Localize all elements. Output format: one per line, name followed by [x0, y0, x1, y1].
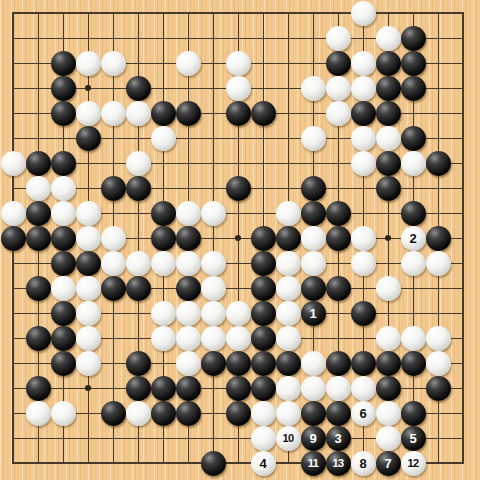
white-stone	[276, 301, 301, 326]
hoshi-star-point	[85, 385, 91, 391]
move-number-label: 5	[409, 432, 416, 445]
white-stone	[101, 251, 126, 276]
white-stone: 12	[401, 451, 426, 476]
black-stone: 3	[326, 426, 351, 451]
white-stone	[76, 101, 101, 126]
black-stone	[101, 276, 126, 301]
white-stone	[351, 126, 376, 151]
black-stone	[51, 101, 76, 126]
black-stone	[176, 376, 201, 401]
black-stone	[151, 201, 176, 226]
move-number-label: 3	[334, 432, 341, 445]
white-stone	[76, 276, 101, 301]
black-stone	[51, 51, 76, 76]
white-stone	[301, 226, 326, 251]
black-stone: 7	[376, 451, 401, 476]
black-stone	[251, 301, 276, 326]
white-stone	[326, 376, 351, 401]
black-stone	[151, 101, 176, 126]
black-stone	[326, 51, 351, 76]
move-number-label: 8	[359, 457, 366, 470]
black-stone	[76, 251, 101, 276]
white-stone	[226, 301, 251, 326]
black-stone	[126, 76, 151, 101]
move-number-label: 10	[282, 433, 293, 444]
black-stone	[26, 276, 51, 301]
black-stone	[376, 101, 401, 126]
white-stone	[376, 426, 401, 451]
white-stone	[301, 126, 326, 151]
black-stone	[326, 401, 351, 426]
move-number-label: 13	[332, 458, 343, 469]
black-stone	[326, 201, 351, 226]
white-stone	[201, 301, 226, 326]
black-stone	[251, 376, 276, 401]
white-stone	[201, 201, 226, 226]
black-stone	[401, 26, 426, 51]
move-number-label: 7	[384, 457, 391, 470]
white-stone	[276, 251, 301, 276]
white-stone	[276, 276, 301, 301]
move-number-label: 6	[359, 407, 366, 420]
black-stone	[426, 376, 451, 401]
white-stone	[226, 326, 251, 351]
white-stone	[151, 326, 176, 351]
white-stone	[351, 376, 376, 401]
black-stone	[376, 376, 401, 401]
hoshi-star-point	[235, 235, 241, 241]
black-stone	[401, 351, 426, 376]
black-stone	[101, 401, 126, 426]
black-stone	[301, 276, 326, 301]
black-stone	[51, 251, 76, 276]
white-stone	[376, 326, 401, 351]
black-stone	[176, 226, 201, 251]
white-stone: 4	[251, 451, 276, 476]
move-number-label: 4	[259, 457, 266, 470]
white-stone	[176, 301, 201, 326]
black-stone	[401, 126, 426, 151]
black-stone	[151, 401, 176, 426]
black-stone	[201, 351, 226, 376]
white-stone	[1, 151, 26, 176]
white-stone	[351, 226, 376, 251]
black-stone	[126, 351, 151, 376]
black-stone	[426, 151, 451, 176]
black-stone: 1	[301, 301, 326, 326]
move-number-label: 9	[309, 432, 316, 445]
move-number-label: 12	[407, 458, 418, 469]
white-stone	[201, 251, 226, 276]
white-stone	[426, 326, 451, 351]
black-stone	[276, 226, 301, 251]
grid-line-vertical	[462, 12, 464, 464]
white-stone: 8	[351, 451, 376, 476]
white-stone	[276, 401, 301, 426]
black-stone	[26, 226, 51, 251]
white-stone	[351, 251, 376, 276]
black-stone	[126, 276, 151, 301]
black-stone	[126, 176, 151, 201]
white-stone	[151, 126, 176, 151]
white-stone	[76, 301, 101, 326]
go-app-window: 21610935411138712	[0, 0, 480, 480]
move-number-label: 2	[409, 232, 416, 245]
white-stone	[126, 151, 151, 176]
black-stone	[351, 301, 376, 326]
black-stone	[251, 226, 276, 251]
white-stone	[51, 276, 76, 301]
move-number-label: 11	[308, 458, 319, 469]
white-stone	[76, 326, 101, 351]
black-stone	[251, 326, 276, 351]
white-stone	[351, 51, 376, 76]
black-stone	[251, 101, 276, 126]
white-stone	[151, 301, 176, 326]
white-stone	[201, 276, 226, 301]
white-stone	[426, 351, 451, 376]
black-stone	[401, 76, 426, 101]
white-stone	[51, 401, 76, 426]
white-stone: 10	[276, 426, 301, 451]
black-stone	[51, 351, 76, 376]
white-stone	[126, 401, 151, 426]
white-stone	[376, 401, 401, 426]
white-stone	[226, 76, 251, 101]
white-stone	[76, 226, 101, 251]
black-stone	[351, 101, 376, 126]
black-stone	[26, 201, 51, 226]
white-stone	[201, 326, 226, 351]
black-stone	[26, 376, 51, 401]
white-stone	[326, 101, 351, 126]
white-stone	[51, 176, 76, 201]
white-stone	[401, 151, 426, 176]
white-stone	[151, 251, 176, 276]
go-board[interactable]: 21610935411138712	[0, 0, 480, 480]
white-stone	[176, 351, 201, 376]
white-stone	[401, 326, 426, 351]
black-stone	[126, 376, 151, 401]
black-stone	[51, 301, 76, 326]
white-stone: 2	[401, 226, 426, 251]
black-stone	[301, 201, 326, 226]
white-stone	[276, 376, 301, 401]
black-stone	[226, 401, 251, 426]
black-stone	[26, 326, 51, 351]
black-stone	[51, 151, 76, 176]
white-stone	[176, 201, 201, 226]
white-stone	[176, 251, 201, 276]
black-stone: 13	[326, 451, 351, 476]
black-stone	[226, 351, 251, 376]
white-stone	[101, 51, 126, 76]
white-stone	[351, 76, 376, 101]
white-stone	[51, 201, 76, 226]
black-stone	[51, 226, 76, 251]
black-stone	[151, 376, 176, 401]
black-stone	[376, 76, 401, 101]
black-stone	[251, 251, 276, 276]
hoshi-star-point	[85, 85, 91, 91]
white-stone	[276, 201, 301, 226]
white-stone	[101, 226, 126, 251]
white-stone	[26, 401, 51, 426]
black-stone	[26, 151, 51, 176]
white-stone	[176, 326, 201, 351]
black-stone	[176, 101, 201, 126]
black-stone	[301, 176, 326, 201]
black-stone	[251, 351, 276, 376]
black-stone	[151, 226, 176, 251]
white-stone	[276, 326, 301, 351]
black-stone	[401, 401, 426, 426]
white-stone	[76, 201, 101, 226]
black-stone	[376, 151, 401, 176]
white-stone	[251, 401, 276, 426]
black-stone	[401, 51, 426, 76]
white-stone	[376, 276, 401, 301]
black-stone	[51, 326, 76, 351]
black-stone	[226, 176, 251, 201]
white-stone	[126, 251, 151, 276]
white-stone	[351, 1, 376, 26]
white-stone	[301, 351, 326, 376]
black-stone: 5	[401, 426, 426, 451]
white-stone	[301, 376, 326, 401]
black-stone	[201, 451, 226, 476]
white-stone	[426, 251, 451, 276]
white-stone	[226, 51, 251, 76]
black-stone	[351, 351, 376, 376]
white-stone	[76, 51, 101, 76]
white-stone	[376, 26, 401, 51]
black-stone	[326, 226, 351, 251]
black-stone	[1, 226, 26, 251]
black-stone	[401, 201, 426, 226]
black-stone	[426, 226, 451, 251]
black-stone	[301, 401, 326, 426]
white-stone	[251, 426, 276, 451]
white-stone	[301, 76, 326, 101]
black-stone	[101, 176, 126, 201]
white-stone	[326, 26, 351, 51]
white-stone	[176, 51, 201, 76]
black-stone	[226, 101, 251, 126]
white-stone	[401, 251, 426, 276]
white-stone	[126, 101, 151, 126]
white-stone	[351, 151, 376, 176]
black-stone: 11	[301, 451, 326, 476]
white-stone	[101, 101, 126, 126]
black-stone	[326, 351, 351, 376]
hoshi-star-point	[385, 235, 391, 241]
white-stone	[26, 176, 51, 201]
white-stone	[301, 251, 326, 276]
black-stone	[376, 176, 401, 201]
black-stone: 9	[301, 426, 326, 451]
black-stone	[51, 76, 76, 101]
white-stone	[326, 76, 351, 101]
black-stone	[76, 126, 101, 151]
black-stone	[251, 276, 276, 301]
white-stone	[76, 351, 101, 376]
white-stone	[376, 126, 401, 151]
black-stone	[176, 276, 201, 301]
white-stone: 6	[351, 401, 376, 426]
move-number-label: 1	[309, 307, 316, 320]
black-stone	[176, 401, 201, 426]
white-stone	[1, 201, 26, 226]
black-stone	[376, 51, 401, 76]
black-stone	[276, 351, 301, 376]
black-stone	[326, 276, 351, 301]
black-stone	[376, 351, 401, 376]
black-stone	[226, 376, 251, 401]
